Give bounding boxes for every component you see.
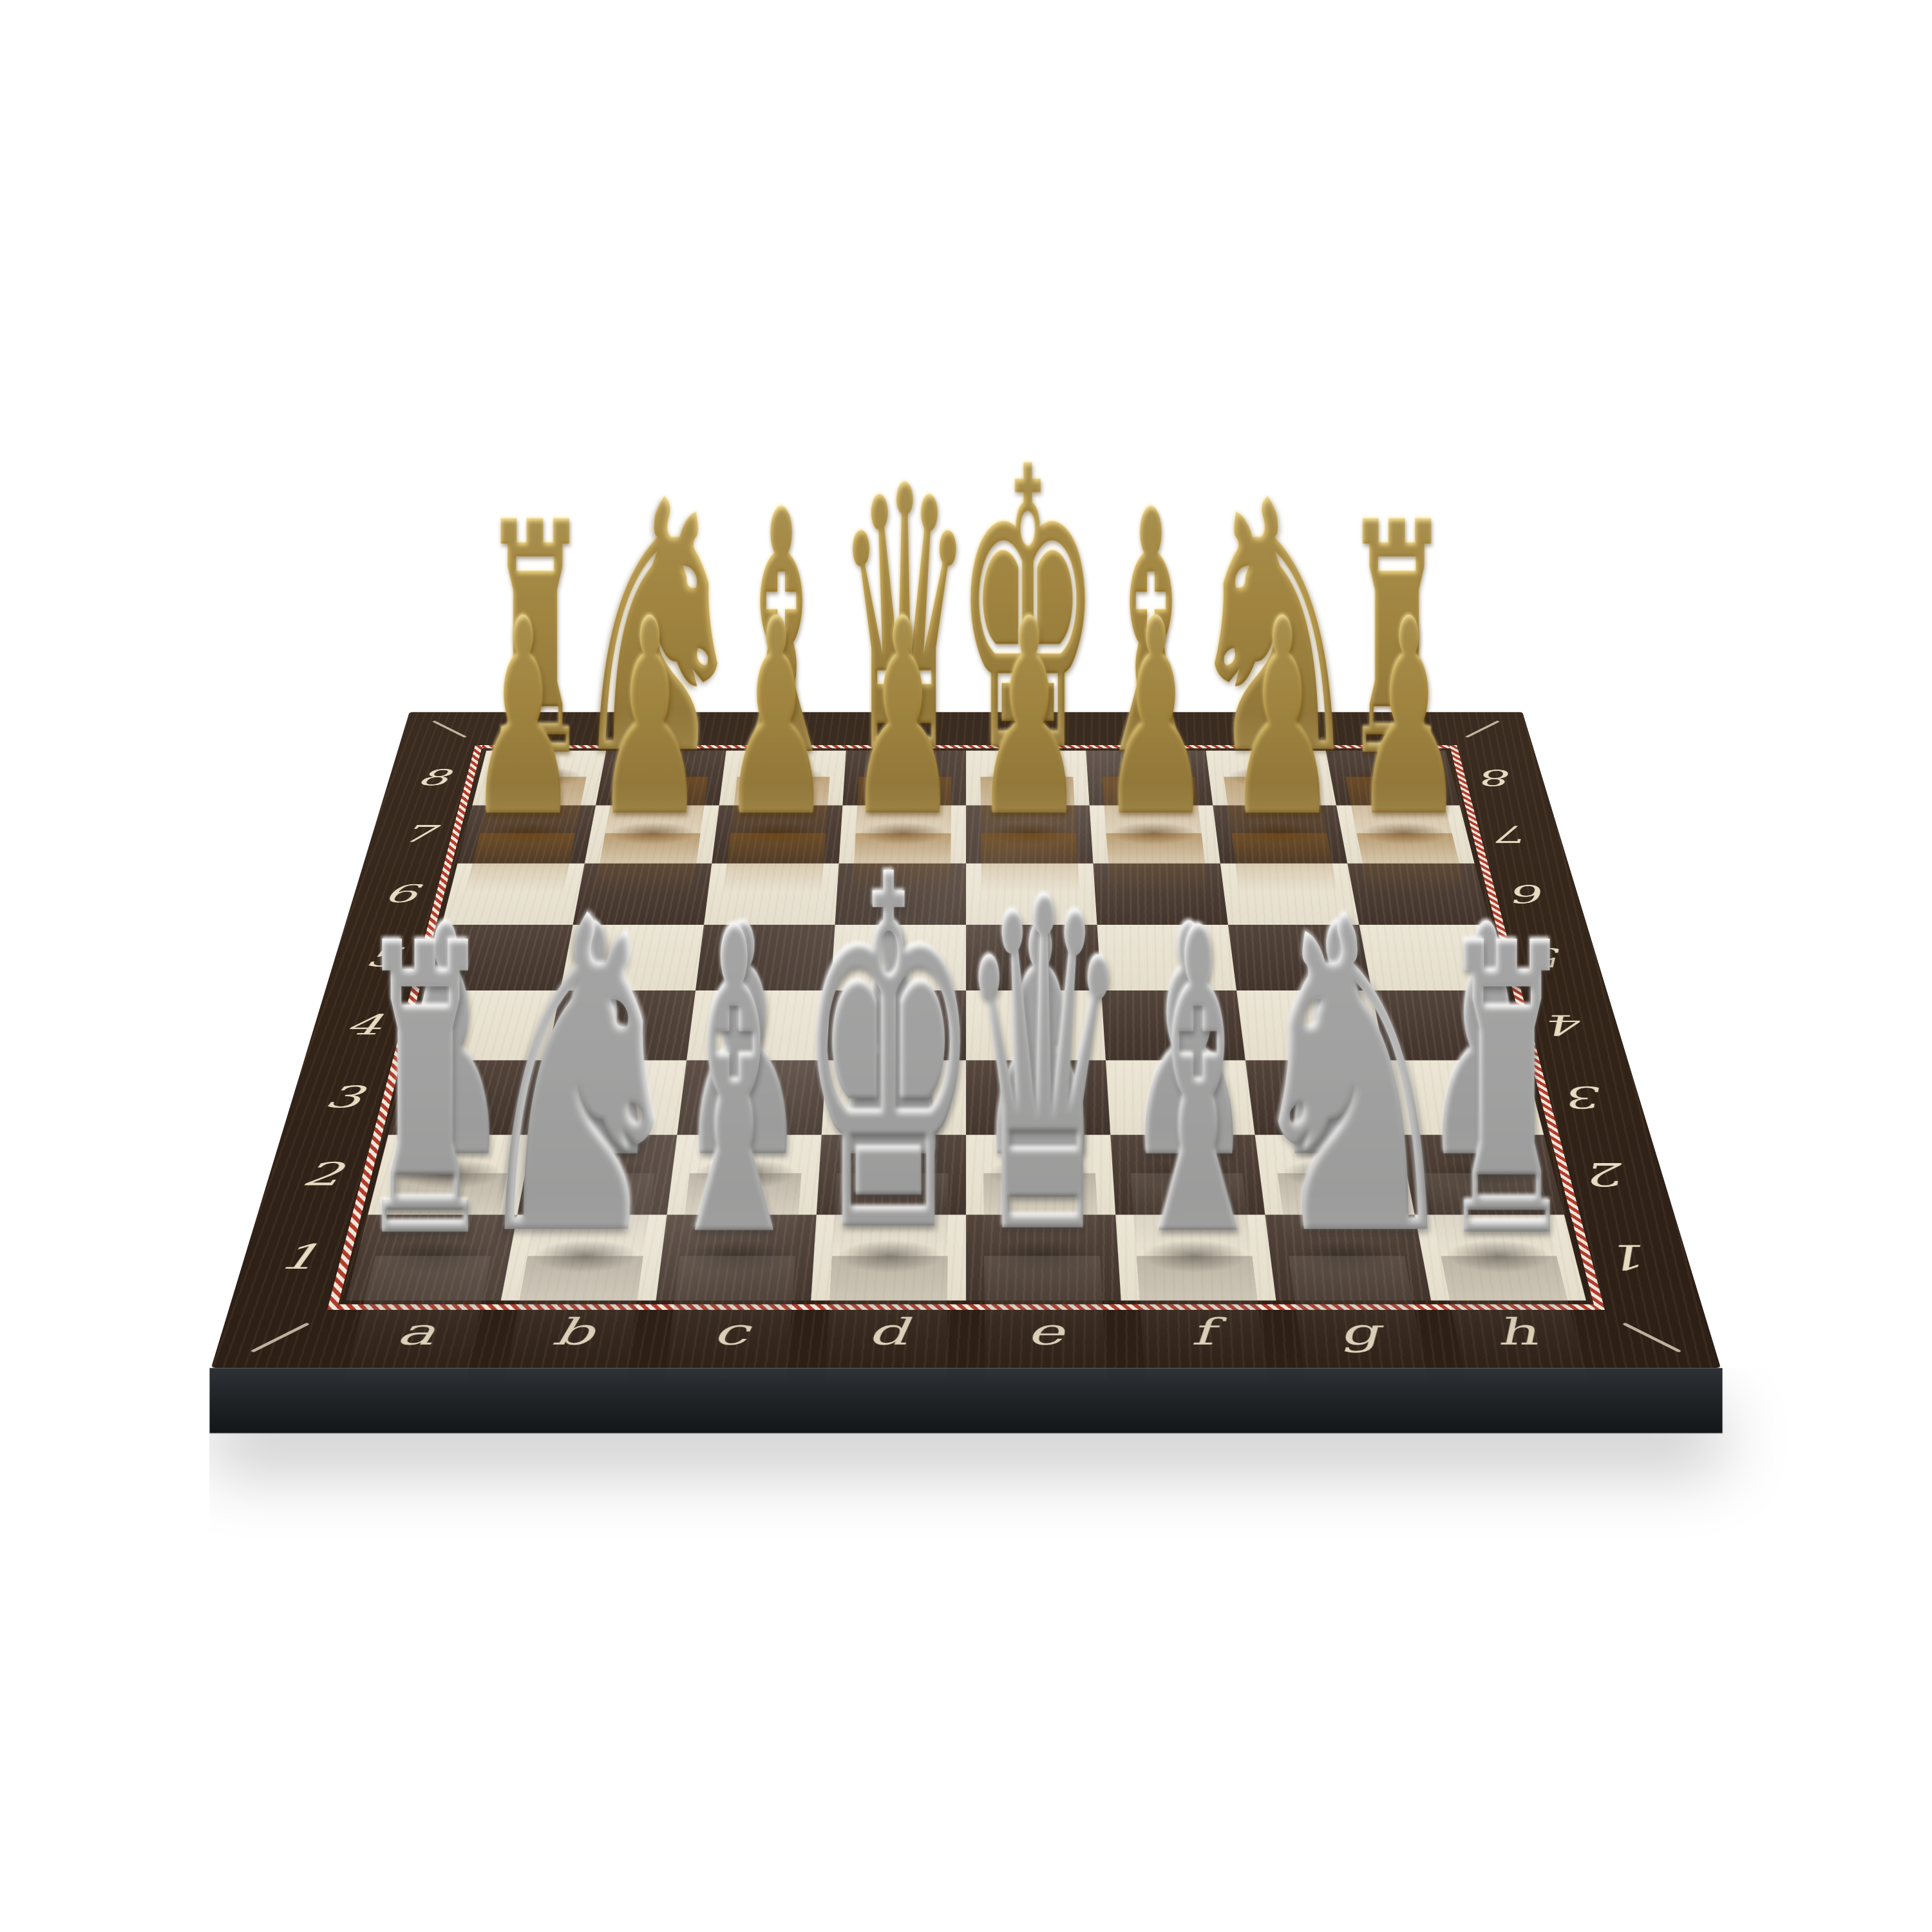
rank-label-right-1: 1: [1569, 1215, 1700, 1300]
rank-label-right-8: 8: [1450, 751, 1549, 806]
rank-label-left-8: 8: [383, 751, 482, 806]
piece-silver-knight-b1[interactable]: ♞: [501, 1215, 667, 1300]
silver-queen-glyph: ♛: [958, 841, 1130, 1298]
rank-label-left-7: 7: [365, 806, 468, 864]
corner-mark-top-left: [432, 721, 467, 738]
silver-king-glyph: ♚: [797, 813, 980, 1301]
piece-silver-king-d1[interactable]: ♚: [811, 1215, 966, 1300]
piece-silver-knight-g1[interactable]: ♞: [1265, 1215, 1431, 1300]
corner-mark-bottom-right: [1622, 1322, 1681, 1352]
photo-white-background: abcdefgh8877665544332211 ♜♞♝♛♚♝♞♜♟♟♟♟♟♟♟…: [0, 0, 1932, 1932]
piece-silver-queen-e1[interactable]: ♛: [966, 1215, 1121, 1300]
rope-trim-top: [474, 745, 1457, 748]
corner-mark-bottom-left: [251, 1322, 310, 1352]
silver-knight-glyph: ♞: [462, 861, 696, 1296]
rank-label-right-7: 7: [1464, 806, 1567, 864]
silver-knight-glyph: ♞: [1236, 861, 1470, 1296]
rank-label-left-1: 1: [233, 1215, 363, 1300]
chess-board: abcdefgh8877665544332211 ♜♞♝♛♚♝♞♜♟♟♟♟♟♟♟…: [211, 712, 1721, 1368]
corner-mark-top-right: [1465, 721, 1500, 738]
